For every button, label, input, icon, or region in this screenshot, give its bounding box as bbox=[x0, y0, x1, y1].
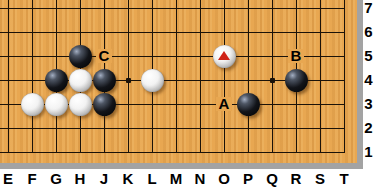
board-intersection-G2[interactable] bbox=[44, 116, 68, 140]
board-intersection-E5[interactable] bbox=[0, 44, 20, 68]
board-intersection-R6[interactable] bbox=[284, 20, 308, 44]
board-intersection-M3[interactable] bbox=[164, 92, 188, 116]
board-intersection-H6[interactable] bbox=[68, 20, 92, 44]
board-intersection-F1[interactable] bbox=[20, 140, 44, 164]
coordinate-column-K: K bbox=[120, 169, 136, 188]
board-intersection-S7[interactable] bbox=[308, 0, 332, 20]
board-intersection-F4[interactable] bbox=[20, 68, 44, 92]
board-intersection-M5[interactable] bbox=[164, 44, 188, 68]
board-intersection-O2[interactable] bbox=[212, 116, 236, 140]
coordinate-row-2: 2 bbox=[362, 119, 375, 137]
black-stone-J3[interactable] bbox=[93, 93, 116, 116]
board-intersection-G5[interactable] bbox=[44, 44, 68, 68]
board-intersection-S1[interactable] bbox=[308, 140, 332, 164]
board-intersection-T5[interactable] bbox=[332, 44, 356, 68]
coordinate-column-P: P bbox=[240, 169, 256, 188]
black-stone-H5[interactable] bbox=[69, 45, 92, 68]
coordinate-column-R: R bbox=[288, 169, 304, 188]
white-stone-G3[interactable] bbox=[45, 93, 68, 116]
board-intersection-F7[interactable] bbox=[20, 0, 44, 20]
board-intersection-Q7[interactable] bbox=[260, 0, 284, 20]
board-intersection-M7[interactable] bbox=[164, 0, 188, 20]
board-intersection-H7[interactable] bbox=[68, 0, 92, 20]
board-intersection-S5[interactable] bbox=[308, 44, 332, 68]
board-intersection-R7[interactable] bbox=[284, 0, 308, 20]
board-intersection-G7[interactable] bbox=[44, 0, 68, 20]
coordinate-column-F: F bbox=[24, 169, 40, 188]
board-intersection-Q1[interactable] bbox=[260, 140, 284, 164]
board-intersection-P6[interactable] bbox=[236, 20, 260, 44]
board-intersection-S3[interactable] bbox=[308, 92, 332, 116]
star-point-Q4 bbox=[270, 78, 275, 83]
board-intersection-T6[interactable] bbox=[332, 20, 356, 44]
board-intersection-T7[interactable] bbox=[332, 0, 356, 20]
board-intersection-G1[interactable] bbox=[44, 140, 68, 164]
board-intersection-T1[interactable] bbox=[332, 140, 356, 164]
star-point-K4 bbox=[126, 78, 131, 83]
coordinate-row-5: 5 bbox=[362, 47, 375, 65]
board-intersection-F5[interactable] bbox=[20, 44, 44, 68]
coordinate-row-4: 4 bbox=[362, 71, 375, 89]
board-intersection-K3[interactable] bbox=[116, 92, 140, 116]
board-intersection-M6[interactable] bbox=[164, 20, 188, 44]
board-intersection-R2[interactable] bbox=[284, 116, 308, 140]
board-intersection-J2[interactable] bbox=[92, 116, 116, 140]
board-intersection-T2[interactable] bbox=[332, 116, 356, 140]
board-intersection-Q6[interactable] bbox=[260, 20, 284, 44]
board-intersection-S6[interactable] bbox=[308, 20, 332, 44]
board-intersection-N3[interactable] bbox=[188, 92, 212, 116]
coordinate-column-Q: Q bbox=[264, 169, 280, 188]
black-stone-P3[interactable] bbox=[237, 93, 260, 116]
board-intersection-J6[interactable] bbox=[92, 20, 116, 44]
board-intersection-Q2[interactable] bbox=[260, 116, 284, 140]
triangle-marker bbox=[218, 51, 230, 60]
black-stone-R4[interactable] bbox=[285, 69, 308, 92]
coordinate-row-7: 7 bbox=[362, 0, 375, 17]
board-intersection-L1[interactable] bbox=[140, 140, 164, 164]
coordinate-column-T: T bbox=[336, 169, 352, 188]
coordinate-column-S: S bbox=[312, 169, 328, 188]
board-intersection-P1[interactable] bbox=[236, 140, 260, 164]
white-stone-O5[interactable] bbox=[213, 45, 236, 68]
board-intersection-K1[interactable] bbox=[116, 140, 140, 164]
black-stone-G4[interactable] bbox=[45, 69, 68, 92]
board-intersection-N5[interactable] bbox=[188, 44, 212, 68]
board-intersection-L5[interactable] bbox=[140, 44, 164, 68]
coordinate-row-3: 3 bbox=[362, 95, 375, 113]
board-intersection-G6[interactable] bbox=[44, 20, 68, 44]
board-intersection-N7[interactable] bbox=[188, 0, 212, 20]
board-intersection-O4[interactable] bbox=[212, 68, 236, 92]
white-stone-F3[interactable] bbox=[21, 93, 44, 116]
coordinate-column-N: N bbox=[192, 169, 208, 188]
go-diagram: ABC EFGHJKLMNOPQRST 7654321 bbox=[0, 0, 380, 188]
white-stone-H3[interactable] bbox=[69, 93, 92, 116]
board-intersection-K2[interactable] bbox=[116, 116, 140, 140]
coordinate-column-J: J bbox=[96, 169, 112, 188]
board-intersection-R3[interactable] bbox=[284, 92, 308, 116]
board-intersection-P4[interactable] bbox=[236, 68, 260, 92]
coordinate-column-M: M bbox=[168, 169, 184, 188]
board-intersection-L3[interactable] bbox=[140, 92, 164, 116]
board-intersection-E6[interactable] bbox=[0, 20, 20, 44]
coordinate-column-E: E bbox=[0, 169, 16, 188]
point-label-C[interactable]: C bbox=[96, 49, 112, 63]
white-stone-L4[interactable] bbox=[141, 69, 164, 92]
board-intersection-K5[interactable] bbox=[116, 44, 140, 68]
board-intersection-T3[interactable] bbox=[332, 92, 356, 116]
coordinate-column-L: L bbox=[144, 169, 160, 188]
board-intersection-N2[interactable] bbox=[188, 116, 212, 140]
board-intersection-N1[interactable] bbox=[188, 140, 212, 164]
go-board[interactable]: ABC bbox=[0, 0, 363, 169]
board-intersection-Q5[interactable] bbox=[260, 44, 284, 68]
board-intersection-L7[interactable] bbox=[140, 0, 164, 20]
board-intersection-O6[interactable] bbox=[212, 20, 236, 44]
board-intersection-P2[interactable] bbox=[236, 116, 260, 140]
coordinate-row-6: 6 bbox=[362, 23, 375, 41]
board-intersection-N4[interactable] bbox=[188, 68, 212, 92]
coordinate-column-G: G bbox=[48, 169, 64, 188]
board-intersection-K7[interactable] bbox=[116, 0, 140, 20]
board-intersection-O7[interactable] bbox=[212, 0, 236, 20]
board-intersection-L6[interactable] bbox=[140, 20, 164, 44]
coordinate-row-1: 1 bbox=[362, 143, 375, 161]
board-intersection-F6[interactable] bbox=[20, 20, 44, 44]
board-intersection-E2[interactable] bbox=[0, 116, 20, 140]
point-label-B[interactable]: B bbox=[288, 49, 304, 63]
board-intersection-P5[interactable] bbox=[236, 44, 260, 68]
board-intersection-S4[interactable] bbox=[308, 68, 332, 92]
white-stone-H4[interactable] bbox=[69, 69, 92, 92]
board-intersection-M1[interactable] bbox=[164, 140, 188, 164]
board-intersection-L2[interactable] bbox=[140, 116, 164, 140]
board-intersection-F2[interactable] bbox=[20, 116, 44, 140]
board-intersection-O1[interactable] bbox=[212, 140, 236, 164]
board-intersection-T4[interactable] bbox=[332, 68, 356, 92]
coordinate-column-H: H bbox=[72, 169, 88, 188]
black-stone-J4[interactable] bbox=[93, 69, 116, 92]
board-intersection-M2[interactable] bbox=[164, 116, 188, 140]
coordinate-column-O: O bbox=[216, 169, 232, 188]
board-intersection-E1[interactable] bbox=[0, 140, 20, 164]
board-intersection-E4[interactable] bbox=[0, 68, 20, 92]
board-intersection-H1[interactable] bbox=[68, 140, 92, 164]
board-intersection-S2[interactable] bbox=[308, 116, 332, 140]
board-intersection-E7[interactable] bbox=[0, 0, 20, 20]
board-intersection-E3[interactable] bbox=[0, 92, 20, 116]
board-intersection-H2[interactable] bbox=[68, 116, 92, 140]
board-intersection-J7[interactable] bbox=[92, 0, 116, 20]
board-intersection-K6[interactable] bbox=[116, 20, 140, 44]
board-intersection-M4[interactable] bbox=[164, 68, 188, 92]
board-intersection-R1[interactable] bbox=[284, 140, 308, 164]
board-intersection-J1[interactable] bbox=[92, 140, 116, 164]
point-label-A[interactable]: A bbox=[216, 97, 232, 111]
board-intersection-Q3[interactable] bbox=[260, 92, 284, 116]
board-intersection-P7[interactable] bbox=[236, 0, 260, 20]
board-intersection-N6[interactable] bbox=[188, 20, 212, 44]
